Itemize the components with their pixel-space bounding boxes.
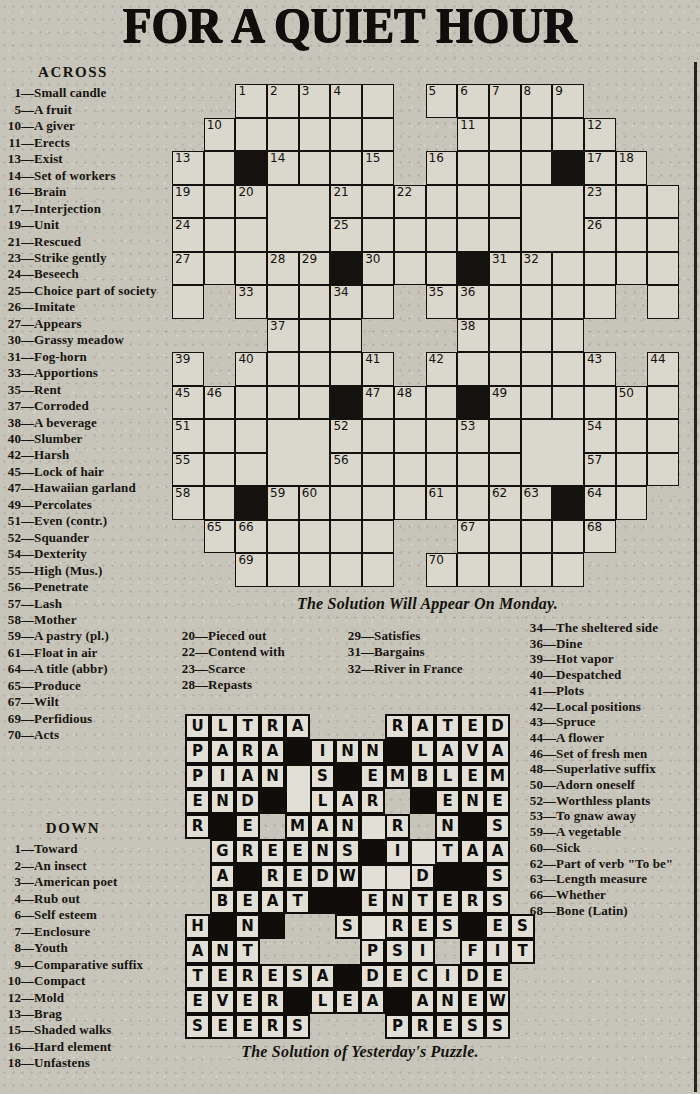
numbered-cell: 4 xyxy=(330,84,362,118)
empty-cell xyxy=(647,453,679,487)
empty-cell xyxy=(362,453,394,487)
numbered-cell: 15 xyxy=(362,151,394,185)
solution-letter-cell: V xyxy=(460,739,485,764)
numbered-cell: 9 xyxy=(552,84,584,118)
clue-item: 22—Contend with xyxy=(176,644,332,660)
numbered-cell: 56 xyxy=(330,453,362,487)
solution-letter-cell: D xyxy=(360,964,385,989)
black-cell xyxy=(552,151,584,185)
solution-letter-cell: N xyxy=(435,989,460,1014)
clue-item: 19—Unit xyxy=(2,217,162,233)
empty-cell xyxy=(330,352,362,386)
solution-letter-cell: N xyxy=(210,939,235,964)
solution-letter-cell: S xyxy=(285,1014,310,1039)
clue-item: 66—Whether xyxy=(524,887,678,903)
empty-cell xyxy=(267,285,299,319)
empty-cell xyxy=(204,151,236,185)
clue-item: 46—Set of fresh men xyxy=(524,746,678,762)
solution-letter-cell: A xyxy=(210,739,235,764)
clue-item: 31—Fog-horn xyxy=(2,349,162,365)
solution-letter-cell: R xyxy=(260,1014,285,1039)
empty-cell xyxy=(457,185,489,219)
clue-item: 14—Set of workers xyxy=(2,168,162,184)
clue-item: 65—Produce xyxy=(2,678,162,694)
empty-cell xyxy=(552,520,584,554)
solution-letter-cell: A xyxy=(435,739,460,764)
solution-letter-cell: E xyxy=(460,764,485,789)
solution-letter-cell: D xyxy=(310,864,335,889)
empty-cell xyxy=(521,386,553,420)
down-clue-list: 1—Toward2—An insect3—American poet4—Rub … xyxy=(2,841,162,1071)
solution-letter-cell: A xyxy=(210,864,235,889)
numbered-cell: 63 xyxy=(521,486,553,520)
empty-cell xyxy=(647,252,679,286)
numbered-cell: 44 xyxy=(647,352,679,386)
black-cell xyxy=(310,889,335,914)
open-block xyxy=(521,185,584,252)
empty-cell xyxy=(394,486,426,520)
solution-letter-cell: R xyxy=(260,714,285,739)
numbered-cell: 61 xyxy=(426,486,458,520)
clue-item: 15—Shaded walks xyxy=(2,1022,162,1038)
empty-cell xyxy=(552,118,584,152)
empty-cell xyxy=(267,553,299,587)
empty-cell xyxy=(426,419,458,453)
numbered-cell: 11 xyxy=(457,118,489,152)
solution-letter-cell: A xyxy=(485,739,510,764)
empty-cell xyxy=(330,118,362,152)
empty-cell xyxy=(616,453,648,487)
clue-item: 57—Lash xyxy=(2,596,162,612)
solution-letter-cell: A xyxy=(285,714,310,739)
solution-letter-cell: E xyxy=(485,914,510,939)
numbered-cell: 28 xyxy=(267,252,299,286)
solution-letter-cell: D xyxy=(485,714,510,739)
numbered-cell: 57 xyxy=(584,453,616,487)
solution-letter-cell: U xyxy=(185,714,210,739)
clue-item: 39—Hot vapor xyxy=(524,651,678,667)
numbered-cell: 37 xyxy=(267,319,299,353)
empty-cell xyxy=(330,553,362,587)
empty-cell xyxy=(299,352,331,386)
empty-cell xyxy=(489,118,521,152)
clue-item: 3—American poet xyxy=(2,874,162,890)
numbered-cell: 55 xyxy=(172,453,204,487)
empty-cell xyxy=(647,218,679,252)
empty-cell xyxy=(204,185,236,219)
empty-cell xyxy=(647,386,679,420)
empty-cell xyxy=(362,486,394,520)
clue-item: 6—Self esteem xyxy=(2,907,162,923)
solution-letter-cell: P xyxy=(385,1014,410,1039)
clue-item: 2—An insect xyxy=(2,858,162,874)
numbered-cell: 3 xyxy=(299,84,331,118)
numbered-cell: 65 xyxy=(204,520,236,554)
black-cell xyxy=(235,486,267,520)
empty-cell xyxy=(204,453,236,487)
across-clues-column: ACROSS 1—Small candle5—A fruit10—A giver… xyxy=(2,64,162,744)
solution-letter-cell: E xyxy=(185,789,210,814)
clue-item: 1—Toward xyxy=(2,841,162,857)
solution-letter-cell: L xyxy=(435,764,460,789)
solution-letter-cell: E xyxy=(435,1014,460,1039)
empty-cell xyxy=(394,218,426,252)
empty-cell xyxy=(521,520,553,554)
empty-cell xyxy=(521,118,553,152)
clue-item: 33—Apportions xyxy=(2,365,162,381)
solution-letter-cell: E xyxy=(260,964,285,989)
numbered-cell: 22 xyxy=(394,185,426,219)
empty-cell xyxy=(299,151,331,185)
numbered-cell: 41 xyxy=(362,352,394,386)
solution-letter-cell: T xyxy=(235,939,260,964)
empty-cell xyxy=(235,118,267,152)
empty-cell xyxy=(362,84,394,118)
empty-cell xyxy=(552,285,584,319)
black-cell xyxy=(330,386,362,420)
empty-cell xyxy=(584,252,616,286)
solution-letter-cell: S xyxy=(385,939,410,964)
clue-item: 63—Length measure xyxy=(524,871,678,887)
down-clues-continuation-c: 34—The sheltered side36—Dine39—Hot vapor… xyxy=(524,620,678,918)
solution-letter-cell: E xyxy=(385,964,410,989)
solution-letter-cell: D xyxy=(235,789,260,814)
clue-item: 67—Wilt xyxy=(2,694,162,710)
solution-letter-cell: L xyxy=(310,989,335,1014)
solution-letter-cell: E xyxy=(460,989,485,1014)
numbered-cell: 21 xyxy=(330,185,362,219)
solution-letter-cell: E xyxy=(485,789,510,814)
solution-letter-cell: L xyxy=(310,789,335,814)
numbered-cell: 14 xyxy=(267,151,299,185)
solution-letter-cell: A xyxy=(410,989,435,1014)
clue-item: 42—Harsh xyxy=(2,447,162,463)
clue-item: 44—A flower xyxy=(524,730,678,746)
solution-letter-cell: V xyxy=(210,989,235,1014)
solution-letter-cell: R xyxy=(185,814,210,839)
empty-cell xyxy=(457,218,489,252)
numbered-cell: 1 xyxy=(235,84,267,118)
clue-item: 60—Sick xyxy=(524,840,678,856)
empty-cell xyxy=(394,453,426,487)
empty-cell xyxy=(489,319,521,353)
numbered-cell: 17 xyxy=(584,151,616,185)
numbered-cell: 18 xyxy=(616,151,648,185)
solution-letter-cell: I xyxy=(410,939,435,964)
solution-letter-cell: T xyxy=(410,889,435,914)
numbered-cell: 23 xyxy=(584,185,616,219)
empty-cell xyxy=(489,352,521,386)
solution-letter-cell: E xyxy=(235,889,260,914)
solution-letter-cell: C xyxy=(410,964,435,989)
clue-item: 47—Hawaiian garland xyxy=(2,480,162,496)
black-cell xyxy=(460,864,485,889)
empty-cell xyxy=(235,218,267,252)
solution-letter-cell: W xyxy=(485,989,510,1014)
empty-cell xyxy=(647,185,679,219)
empty-cell xyxy=(647,285,679,319)
numbered-cell: 10 xyxy=(204,118,236,152)
solution-letter-cell: E xyxy=(285,864,310,889)
solution-letter-cell: E xyxy=(435,889,460,914)
solution-letter-cell: B xyxy=(210,889,235,914)
solution-letter-cell: E xyxy=(335,989,360,1014)
clue-item: 34—The sheltered side xyxy=(524,620,678,636)
solution-letter-cell: E xyxy=(235,814,260,839)
empty-cell xyxy=(552,319,584,353)
numbered-cell: 66 xyxy=(235,520,267,554)
solution-letter-cell: E xyxy=(285,839,310,864)
down-clue-list-a: 20—Pieced out22—Contend with23—Scarce28—… xyxy=(176,628,332,694)
solution-letter-cell: R xyxy=(235,964,260,989)
empty-cell xyxy=(552,352,584,386)
numbered-cell: 6 xyxy=(457,84,489,118)
yesterday-caption: The Solution of Yesterday's Puzzle. xyxy=(170,1043,550,1061)
solution-letter-cell: E xyxy=(185,989,210,1014)
clue-item: 28—Repasts xyxy=(176,677,332,693)
solution-letter-cell: E xyxy=(210,1014,235,1039)
solution-letter-cell: P xyxy=(185,764,210,789)
numbered-cell: 16 xyxy=(426,151,458,185)
empty-cell xyxy=(489,520,521,554)
solution-letter-cell: A xyxy=(235,764,260,789)
newspaper-column-rule xyxy=(694,62,697,1092)
clue-item: 52—Worthless plants xyxy=(524,793,678,809)
clue-item: 40—Slumber xyxy=(2,431,162,447)
solution-letter-cell: E xyxy=(435,789,460,814)
empty-cell xyxy=(204,419,236,453)
solution-letter-cell: S xyxy=(285,964,310,989)
solution-letter-cell: N xyxy=(235,914,260,939)
solution-letter-cell: A xyxy=(310,964,335,989)
numbered-cell: 53 xyxy=(457,419,489,453)
clue-item: 16—Hard element xyxy=(2,1039,162,1055)
solution-letter-cell: T xyxy=(285,889,310,914)
numbered-cell: 29 xyxy=(299,252,331,286)
solution-letter-cell: I xyxy=(385,839,410,864)
solution-letter-cell: A xyxy=(410,714,435,739)
clue-item: 17—Interjection xyxy=(2,201,162,217)
clue-item: 45—Lock of hair xyxy=(2,464,162,480)
solution-letter-cell: D xyxy=(410,864,435,889)
solution-letter-cell: A xyxy=(260,889,285,914)
solution-letter-cell: N xyxy=(335,814,360,839)
solution-letter-cell: E xyxy=(235,989,260,1014)
solution-letter-cell: N xyxy=(460,789,485,814)
solution-letter-cell: I xyxy=(210,764,235,789)
black-cell xyxy=(385,739,410,764)
empty-cell xyxy=(489,185,521,219)
clue-item: 12—Mold xyxy=(2,990,162,1006)
solution-letter-cell: R xyxy=(385,914,410,939)
empty-cell xyxy=(330,486,362,520)
numbered-cell: 58 xyxy=(172,486,204,520)
numbered-cell: 36 xyxy=(457,285,489,319)
empty-cell xyxy=(489,419,521,453)
solution-letter-cell: E xyxy=(460,714,485,739)
black-cell xyxy=(410,789,435,814)
solution-letter-cell: T xyxy=(435,839,460,864)
empty-cell xyxy=(330,520,362,554)
clue-item: 9—Comparative suffix xyxy=(2,957,162,973)
numbered-cell: 5 xyxy=(426,84,458,118)
empty-cell xyxy=(489,151,521,185)
clue-item: 5—A fruit xyxy=(2,102,162,118)
black-cell xyxy=(210,914,235,939)
empty-cell xyxy=(521,151,553,185)
empty-cell xyxy=(362,118,394,152)
black-cell xyxy=(235,864,260,889)
numbered-cell: 31 xyxy=(489,252,521,286)
numbered-cell: 46 xyxy=(204,386,236,420)
solution-letter-cell: R xyxy=(260,864,285,889)
numbered-cell: 54 xyxy=(584,419,616,453)
empty-cell xyxy=(584,285,616,319)
clue-item: 1—Small candle xyxy=(2,85,162,101)
solution-letter-cell: R xyxy=(235,739,260,764)
solution-letter-cell: I xyxy=(435,964,460,989)
clue-item: 27—Appears xyxy=(2,316,162,332)
empty-cell xyxy=(426,218,458,252)
empty-cell xyxy=(616,185,648,219)
empty-cell xyxy=(362,520,394,554)
black-cell xyxy=(285,739,310,764)
empty-cell xyxy=(616,218,648,252)
solution-letter-cell: E xyxy=(410,914,435,939)
clue-item: 13—Exist xyxy=(2,151,162,167)
numbered-cell: 59 xyxy=(267,486,299,520)
solution-letter-cell: S xyxy=(485,889,510,914)
solution-letter-cell: I xyxy=(310,739,335,764)
empty-cell xyxy=(299,520,331,554)
clue-item: 51—Even (contr.) xyxy=(2,513,162,529)
black-cell xyxy=(435,864,460,889)
clue-item: 59—A pastry (pl.) xyxy=(2,628,162,644)
empty-cell xyxy=(616,486,648,520)
empty-cell xyxy=(299,553,331,587)
solution-letter-cell: N xyxy=(260,764,285,789)
black-cell xyxy=(210,814,235,839)
numbered-cell: 13 xyxy=(172,151,204,185)
numbered-cell: 51 xyxy=(172,419,204,453)
clue-item: 53—To gnaw away xyxy=(524,808,678,824)
empty-cell xyxy=(362,218,394,252)
clue-item: 68—Bone (Latin) xyxy=(524,903,678,919)
solution-letter-cell: N xyxy=(310,839,335,864)
numbered-cell: 69 xyxy=(235,553,267,587)
empty-cell xyxy=(552,386,584,420)
clue-item: 58—Mother xyxy=(2,612,162,628)
clue-item: 48—Superlative suffix xyxy=(524,761,678,777)
numbered-cell: 27 xyxy=(172,252,204,286)
clue-item: 61—Float in air xyxy=(2,645,162,661)
numbered-cell: 8 xyxy=(521,84,553,118)
empty-cell xyxy=(616,252,648,286)
empty-cell xyxy=(489,285,521,319)
across-heading: ACROSS xyxy=(2,64,144,80)
numbered-cell: 12 xyxy=(584,118,616,152)
solution-letter-cell: G xyxy=(210,839,235,864)
clue-item: 42—Local positions xyxy=(524,699,678,715)
clue-item: 70—Acts xyxy=(2,727,162,743)
empty-cell xyxy=(267,118,299,152)
solution-letter-cell: S xyxy=(510,914,535,939)
solution-letter-cell: A xyxy=(335,789,360,814)
clue-item: 23—Strike gently xyxy=(2,250,162,266)
solution-letter-cell: R xyxy=(460,889,485,914)
numbered-cell: 7 xyxy=(489,84,521,118)
solution-letter-cell: R xyxy=(260,989,285,1014)
clue-item: 54—Dexterity xyxy=(2,546,162,562)
numbered-cell: 64 xyxy=(584,486,616,520)
clue-item: 55—High (Mus.) xyxy=(2,563,162,579)
clue-item: 13—Brag xyxy=(2,1006,162,1022)
yesterday-solution-grid: ULTRARATEDPARAINNLAVAPIANSEMBLEMENDLAREN… xyxy=(185,714,535,1039)
clue-item: 18—Unfastens xyxy=(2,1055,162,1071)
solution-letter-cell: N xyxy=(360,739,385,764)
numbered-cell: 39 xyxy=(172,352,204,386)
solution-letter-cell: A xyxy=(485,839,510,864)
clue-item: 24—Beseech xyxy=(2,266,162,282)
solution-letter-cell: S xyxy=(310,764,335,789)
empty-cell xyxy=(521,319,553,353)
empty-cell xyxy=(616,419,648,453)
empty-cell xyxy=(362,285,394,319)
solution-letter-cell: F xyxy=(460,939,485,964)
empty-cell xyxy=(521,553,553,587)
clue-item: 52—Squander xyxy=(2,530,162,546)
solution-letter-cell: D xyxy=(460,964,485,989)
empty-cell xyxy=(362,419,394,453)
solution-letter-cell: A xyxy=(260,739,285,764)
numbered-cell: 67 xyxy=(457,520,489,554)
solution-letter-cell: W xyxy=(335,864,360,889)
clue-item: 8—Youth xyxy=(2,940,162,956)
solution-letter-cell: S xyxy=(185,1014,210,1039)
numbered-cell: 20 xyxy=(235,185,267,219)
numbered-cell: 34 xyxy=(330,285,362,319)
empty-cell xyxy=(457,486,489,520)
clue-item: 56—Penetrate xyxy=(2,579,162,595)
solution-letter-cell: S xyxy=(335,839,360,864)
today-puzzle-grid: 1234567891011121314151617181920212223242… xyxy=(172,84,679,587)
down-heading: DOWN xyxy=(2,820,144,836)
clue-item: 69—Perfidious xyxy=(2,711,162,727)
empty-cell xyxy=(235,453,267,487)
numbered-cell: 62 xyxy=(489,486,521,520)
empty-cell xyxy=(330,151,362,185)
clue-item: 16—Brain xyxy=(2,184,162,200)
solution-letter-cell: S xyxy=(460,1014,485,1039)
numbered-cell: 2 xyxy=(267,84,299,118)
empty-cell xyxy=(426,252,458,286)
numbered-cell: 52 xyxy=(330,419,362,453)
black-cell xyxy=(460,814,485,839)
empty-cell xyxy=(426,453,458,487)
empty-cell xyxy=(457,453,489,487)
black-cell xyxy=(330,252,362,286)
numbered-cell: 42 xyxy=(426,352,458,386)
solution-letter-cell: B xyxy=(410,764,435,789)
black-cell xyxy=(335,764,360,789)
numbered-cell: 49 xyxy=(489,386,521,420)
empty-cell xyxy=(584,386,616,420)
empty-cell xyxy=(299,386,331,420)
numbered-cell: 70 xyxy=(426,553,458,587)
solution-letter-cell: N xyxy=(385,889,410,914)
empty-cell xyxy=(172,285,204,319)
solution-letter-cell: H xyxy=(185,914,210,939)
